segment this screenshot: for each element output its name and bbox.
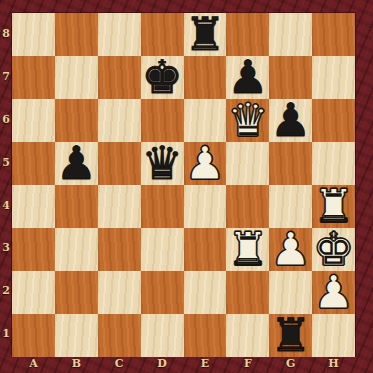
file-label-g: G [269,356,312,373]
square-e7[interactable] [184,56,227,99]
square-a5[interactable] [12,142,55,185]
square-h6[interactable] [312,99,355,142]
file-label-h: H [312,356,355,373]
black-pawn[interactable]: ♟ [56,142,97,185]
chessboard-frame: ♜♚♟♛♟♟♛♟♜♜♟♚♟♜ 87654321ABCDEFGH [0,0,373,373]
rank-label-2: 2 [0,270,12,313]
square-d7[interactable]: ♚ [141,56,184,99]
square-a6[interactable] [12,99,55,142]
square-a7[interactable] [12,56,55,99]
square-b1[interactable] [55,314,98,357]
white-pawn[interactable]: ♟ [184,142,225,185]
white-rook[interactable]: ♜ [227,228,268,271]
square-h1[interactable] [312,314,355,357]
square-c7[interactable] [98,56,141,99]
square-b5[interactable]: ♟ [55,142,98,185]
square-e8[interactable]: ♜ [184,13,227,56]
square-a8[interactable] [12,13,55,56]
square-e4[interactable] [184,185,227,228]
black-rook[interactable]: ♜ [184,13,225,56]
black-pawn[interactable]: ♟ [270,99,311,142]
square-a4[interactable] [12,185,55,228]
file-label-e: E [184,356,227,373]
square-g6[interactable]: ♟ [269,99,312,142]
square-c3[interactable] [98,228,141,271]
file-label-a: A [12,356,55,373]
square-c8[interactable] [98,13,141,56]
square-g1[interactable]: ♜ [269,314,312,357]
square-c2[interactable] [98,271,141,314]
square-g8[interactable] [269,13,312,56]
square-f6[interactable]: ♛ [226,99,269,142]
square-g3[interactable]: ♟ [269,228,312,271]
square-d5[interactable]: ♛ [141,142,184,185]
rank-label-8: 8 [0,13,12,56]
white-pawn[interactable]: ♟ [313,271,354,314]
rank-label-1: 1 [0,313,12,356]
square-b4[interactable] [55,185,98,228]
square-e3[interactable] [184,228,227,271]
square-b2[interactable] [55,271,98,314]
square-h8[interactable] [312,13,355,56]
square-a2[interactable] [12,271,55,314]
square-e2[interactable] [184,271,227,314]
black-queen[interactable]: ♛ [141,142,182,185]
square-b7[interactable] [55,56,98,99]
square-f3[interactable]: ♜ [226,228,269,271]
file-label-d: D [141,356,184,373]
black-rook[interactable]: ♜ [270,314,311,357]
square-c1[interactable] [98,314,141,357]
file-label-f: F [226,356,269,373]
square-b8[interactable] [55,13,98,56]
square-a1[interactable] [12,314,55,357]
square-d1[interactable] [141,314,184,357]
white-pawn[interactable]: ♟ [270,228,311,271]
square-b3[interactable] [55,228,98,271]
rank-label-7: 7 [0,56,12,99]
rank-label-4: 4 [0,185,12,228]
file-label-c: C [98,356,141,373]
square-f1[interactable] [226,314,269,357]
square-a3[interactable] [12,228,55,271]
square-d3[interactable] [141,228,184,271]
white-queen[interactable]: ♛ [227,99,268,142]
square-h2[interactable]: ♟ [312,271,355,314]
square-c6[interactable] [98,99,141,142]
square-c4[interactable] [98,185,141,228]
black-king[interactable]: ♚ [141,56,182,99]
square-f5[interactable] [226,142,269,185]
square-c5[interactable] [98,142,141,185]
rank-label-5: 5 [0,142,12,185]
chessboard: ♜♚♟♛♟♟♛♟♜♜♟♚♟♜ [12,13,355,356]
square-d4[interactable] [141,185,184,228]
rank-label-6: 6 [0,99,12,142]
rank-label-3: 3 [0,227,12,270]
square-e1[interactable] [184,314,227,357]
square-h7[interactable] [312,56,355,99]
square-f2[interactable] [226,271,269,314]
file-label-b: B [55,356,98,373]
square-e5[interactable]: ♟ [184,142,227,185]
square-g5[interactable] [269,142,312,185]
square-d2[interactable] [141,271,184,314]
